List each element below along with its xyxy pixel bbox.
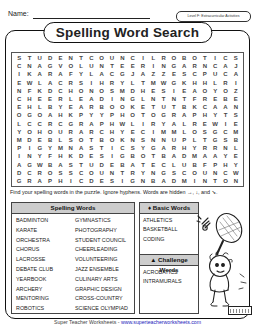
spelling-words-column-1: BADMINTONKARATEORCHESTRACHORUSLACROSSEDE… — [16, 216, 75, 314]
grid-cell-r16c7: C — [76, 177, 86, 185]
worksheet-code-marks — [230, 309, 250, 313]
grid-cell-r4c17: K — [179, 79, 189, 87]
grid-cell-r13c21: Y — [220, 152, 230, 160]
badminton-player-illustration — [196, 210, 248, 312]
grid-cell-r12c10: I — [107, 144, 117, 152]
grid-cell-r9c17: L — [179, 120, 189, 128]
grid-cell-r4c6: R — [66, 79, 76, 87]
grid-cell-r2c1: C — [14, 62, 24, 70]
name-label: Name: — [8, 10, 29, 17]
grid-cell-r16c19: N — [200, 177, 210, 185]
grid-cell-r16c17: M — [179, 177, 189, 185]
grid-cell-r8c3: O — [35, 111, 45, 119]
grid-cell-r12c22: L — [231, 144, 241, 152]
grid-cell-r6c10: I — [107, 95, 117, 103]
grid-cell-r10c22: M — [231, 128, 241, 136]
grid-cell-r8c1: O — [14, 111, 24, 119]
grid-cell-r5c3: K — [35, 87, 45, 95]
grid-cell-r3c20: U — [210, 70, 220, 78]
grid-cell-r1c20: I — [210, 54, 220, 62]
grid-cell-r1c8: C — [86, 54, 96, 62]
grid-cell-r10c17: L — [179, 128, 189, 136]
grid-cell-r8c21: T — [220, 111, 230, 119]
grid-cell-r11c10: O — [107, 136, 117, 144]
grid-cell-r2c9: N — [97, 62, 107, 70]
grid-cell-r3c21: C — [220, 70, 230, 78]
grid-cell-r16c4: P — [45, 177, 55, 185]
grid-cell-r10c1: Y — [14, 128, 24, 136]
grid-cell-r9c2: C — [24, 120, 34, 128]
grid-cell-r5c5: C — [55, 87, 65, 95]
grid-cell-r3c1: I — [14, 70, 24, 78]
grid-cell-r5c9: O — [97, 87, 107, 95]
spelling-word: CULINARY ARTS — [75, 275, 134, 285]
grid-cell-r16c18: I — [189, 177, 199, 185]
grid-cell-r1c22: S — [231, 54, 241, 62]
basic-words-header: ♦ Basic Words — [140, 203, 198, 214]
grid-cell-r14c8: U — [86, 160, 96, 168]
grid-cell-r8c16: R — [169, 111, 179, 119]
grid-cell-r3c12: J — [128, 70, 138, 78]
grid-cell-r2c21: A — [220, 62, 230, 70]
grid-cell-r15c22: W — [231, 169, 241, 177]
grid-cell-r9c16: A — [169, 120, 179, 128]
grid-cell-r3c4: R — [45, 70, 55, 78]
grid-cell-r3c8: L — [86, 70, 96, 78]
grid-cell-r12c16: R — [169, 144, 179, 152]
grid-cell-r2c6: O — [66, 62, 76, 70]
grid-cell-r10c3: H — [35, 128, 45, 136]
grid-cell-r7c13: E — [138, 103, 148, 111]
grid-cell-r7c21: A — [220, 103, 230, 111]
spelling-word: GRAPHIC DESIGN — [75, 285, 134, 295]
grid-cell-r4c2: W — [24, 79, 34, 87]
grid-cell-r12c4: Y — [45, 144, 55, 152]
footer-site-name: Super Teacher Worksheets - — [54, 319, 121, 325]
grid-cell-r13c16: A — [169, 152, 179, 160]
grid-cell-r14c2: G — [24, 160, 34, 168]
grid-cell-r12c9: T — [97, 144, 107, 152]
spelling-word: PHOTOGRAPHY — [75, 226, 134, 236]
grid-cell-r15c20: N — [210, 169, 220, 177]
grid-cell-r15c19: U — [200, 169, 210, 177]
grid-cell-r11c17: P — [179, 136, 189, 144]
grid-cell-r12c20: R — [210, 144, 220, 152]
grid-cell-r10c20: G — [210, 128, 220, 136]
challenge-word: ACROBATICS — [143, 268, 198, 277]
grid-cell-r14c6: S — [66, 160, 76, 168]
grid-cell-r13c15: B — [158, 152, 168, 160]
grid-cell-r11c20: G — [210, 136, 220, 144]
grid-cell-r9c13: I — [138, 120, 148, 128]
grid-cell-r15c10: N — [107, 169, 117, 177]
grid-cell-r3c9: A — [97, 70, 107, 78]
spelling-word: GYMNASTICS — [75, 216, 134, 226]
grid-cell-r11c1: M — [14, 136, 24, 144]
grid-cell-r1c13: I — [138, 54, 148, 62]
grid-cell-r11c3: E — [35, 136, 45, 144]
grid-cell-r3c6: F — [66, 70, 76, 78]
grid-cell-r6c19: R — [200, 95, 210, 103]
grid-cell-r5c10: S — [107, 87, 117, 95]
grid-cell-r14c19: F — [200, 160, 210, 168]
grid-cell-r10c10: H — [107, 128, 117, 136]
grid-cell-r15c16: S — [169, 169, 179, 177]
grid-cell-r6c16: N — [169, 95, 179, 103]
grid-cell-r2c5: V — [55, 62, 65, 70]
grid-cell-r4c4: A — [45, 79, 55, 87]
grid-cell-r8c4: A — [45, 111, 55, 119]
grid-cell-r11c8: T — [86, 136, 96, 144]
grid-cell-r1c16: O — [169, 54, 179, 62]
grid-cell-r1c5: E — [55, 54, 65, 62]
grid-cell-r10c15: M — [158, 128, 168, 136]
word-search-grid: STUDENTCOUNCILROBOTICSCNAGVOLUNTEERINGAR… — [12, 53, 243, 186]
spelling-words-column-2: GYMNASTICSPHOTOGRAPHYSTUDENT COUNCILCHEE… — [75, 216, 134, 314]
grid-cell-r7c22: N — [231, 103, 241, 111]
grid-cell-r16c22: N — [231, 177, 241, 185]
grid-cell-r6c14: N — [148, 95, 158, 103]
grid-cell-r16c21: O — [220, 177, 230, 185]
grid-cell-r3c15: Z — [158, 70, 168, 78]
grid-cell-r6c3: E — [35, 95, 45, 103]
grid-cell-r6c11: N — [117, 95, 127, 103]
grid-cell-r10c5: U — [55, 128, 65, 136]
grid-cell-r10c7: A — [76, 128, 86, 136]
grid-cell-r5c14: E — [148, 87, 158, 95]
grid-cell-r1c15: R — [158, 54, 168, 62]
grid-cell-r10c4: O — [45, 128, 55, 136]
instructions-text: Find your spelling words in the puzzle. … — [10, 189, 252, 195]
grid-cell-r16c5: H — [55, 177, 65, 185]
grid-cell-r2c14: I — [148, 62, 158, 70]
basic-words-list: ATHLETICSBASKETBALLCODING — [140, 214, 198, 254]
grid-cell-r8c22: S — [231, 111, 241, 119]
grid-cell-r4c3: L — [35, 79, 45, 87]
grid-cell-r15c8: O — [86, 169, 96, 177]
grid-cell-r3c13: A — [138, 70, 148, 78]
grid-cell-r3c17: S — [179, 70, 189, 78]
grid-cell-r6c2: H — [24, 95, 34, 103]
grid-cell-r8c11: H — [117, 111, 127, 119]
grid-cell-r7c17: B — [179, 103, 189, 111]
level-badge: Level F: Extracurricular Activities — [176, 11, 251, 22]
grid-cell-r7c18: K — [189, 103, 199, 111]
grid-cell-r8c12: O — [128, 111, 138, 119]
grid-cell-r8c13: T — [138, 111, 148, 119]
spelling-word: ORCHESTRA — [16, 236, 75, 246]
spelling-word: CROSS-COUNTRY — [75, 294, 134, 304]
grid-cell-r2c3: A — [35, 62, 45, 70]
grid-cell-r14c18: B — [189, 160, 199, 168]
grid-cell-r15c4: O — [45, 169, 55, 177]
grid-cell-r3c22: A — [231, 70, 241, 78]
grid-cell-r9c6: G — [66, 120, 76, 128]
grid-cell-r9c15: Y — [158, 120, 168, 128]
grid-cell-r2c16: G — [169, 62, 179, 70]
grid-cell-r9c4: R — [45, 120, 55, 128]
grid-cell-r1c7: T — [76, 54, 86, 62]
grid-cell-r6c12: G — [128, 95, 138, 103]
grid-cell-r5c16: I — [169, 87, 179, 95]
grid-cell-r2c4: G — [45, 62, 55, 70]
grid-cell-r12c12: S — [128, 144, 138, 152]
grid-cell-r5c17: E — [179, 87, 189, 95]
grid-cell-r4c10: R — [107, 79, 117, 87]
spelling-word: VOLUNTEERING — [75, 255, 134, 265]
grid-cell-r14c10: E — [107, 160, 117, 168]
grid-cell-r15c13: Y — [138, 169, 148, 177]
grid-cell-r10c8: R — [86, 128, 96, 136]
grid-cell-r9c21: I — [220, 120, 230, 128]
footer-url-link[interactable]: www.superteacherworksheets.com — [121, 319, 201, 325]
grid-cell-r8c9: Y — [97, 111, 107, 119]
shuttlecock-icon — [197, 216, 210, 230]
grid-cell-r3c11: G — [117, 70, 127, 78]
grid-cell-r14c15: C — [158, 160, 168, 168]
grid-cell-r4c15: W — [158, 79, 168, 87]
worksheet-page: Name: Level F: Extracurricular Activitie… — [0, 0, 255, 330]
grid-cell-r16c9: E — [97, 177, 107, 185]
grid-cell-r13c1: I — [14, 152, 24, 160]
grid-cell-r6c5: R — [55, 95, 65, 103]
grid-cell-r9c9: P — [97, 120, 107, 128]
grid-cell-r1c10: U — [107, 54, 117, 62]
grid-cell-r5c19: O — [200, 87, 210, 95]
grid-cell-r4c5: C — [55, 79, 65, 87]
grid-cell-r8c5: H — [55, 111, 65, 119]
grid-cell-r11c7: O — [76, 136, 86, 144]
grid-cell-r10c11: Y — [117, 128, 127, 136]
grid-cell-r3c3: A — [35, 70, 45, 78]
grid-cell-r6c6: L — [66, 95, 76, 103]
grid-cell-r15c18: O — [189, 169, 199, 177]
grid-cell-r15c15: G — [158, 169, 168, 177]
grid-cell-r7c5: Y — [55, 103, 65, 111]
grid-cell-r7c8: R — [86, 103, 96, 111]
spelling-words-table: Spelling Words BADMINTONKARATEORCHESTRAC… — [11, 202, 135, 314]
spelling-word: CHEERLEADING — [75, 245, 134, 255]
spelling-word: JAZZ ENSEMBLE — [75, 265, 134, 275]
grid-cell-r5c13: H — [138, 87, 148, 95]
grid-cell-r11c9: B — [97, 136, 107, 144]
grid-cell-r12c13: Y — [138, 144, 148, 152]
grid-cell-r2c8: U — [86, 62, 96, 70]
grid-cell-r7c16: T — [169, 103, 179, 111]
grid-cell-r3c14: Z — [148, 70, 158, 78]
page-title: Spelling Word Search — [43, 22, 212, 43]
grid-cell-r12c7: A — [76, 144, 86, 152]
grid-cell-r2c2: N — [24, 62, 34, 70]
grid-cell-r3c16: E — [169, 70, 179, 78]
grid-cell-r13c14: T — [148, 152, 158, 160]
grid-cell-r9c18: R — [189, 120, 199, 128]
basic-word: BASKETBALL — [143, 225, 198, 234]
grid-cell-r14c17: U — [179, 160, 189, 168]
grid-cell-r8c2: G — [24, 111, 34, 119]
grid-cell-r8c8: Y — [86, 111, 96, 119]
grid-cell-r3c18: C — [189, 70, 199, 78]
grid-cell-r7c2: H — [24, 103, 34, 111]
grid-cell-r7c19: C — [200, 103, 210, 111]
grid-cell-r13c9: S — [97, 152, 107, 160]
grid-cell-r16c10: S — [107, 177, 117, 185]
grid-cell-r10c13: C — [138, 128, 148, 136]
grid-cell-r1c6: N — [66, 54, 76, 62]
grid-cell-r10c2: O — [24, 128, 34, 136]
grid-cell-r7c7: A — [76, 103, 86, 111]
grid-cell-r11c19: T — [200, 136, 210, 144]
worksheet-code-box — [228, 306, 252, 315]
grid-cell-r1c12: C — [128, 54, 138, 62]
grid-cell-r13c4: F — [45, 152, 55, 160]
grid-cell-r1c18: O — [189, 54, 199, 62]
grid-cell-r16c16: D — [169, 177, 179, 185]
grid-cell-r11c16: U — [169, 136, 179, 144]
grid-cell-r12c15: A — [158, 144, 168, 152]
grid-cell-r10c18: O — [189, 128, 199, 136]
grid-cell-r5c2: F — [24, 87, 34, 95]
spelling-word: ROBOTICS — [16, 304, 75, 314]
grid-cell-r6c21: B — [220, 95, 230, 103]
grid-cell-r12c2: I — [24, 144, 34, 152]
grid-cell-r10c16: M — [169, 128, 179, 136]
grid-cell-r13c18: M — [189, 152, 199, 160]
grid-cell-r2c12: E — [128, 62, 138, 70]
grid-cell-r13c3: Y — [35, 152, 45, 160]
grid-cell-r7c20: A — [210, 103, 220, 111]
grid-cell-r2c7: L — [76, 62, 86, 70]
grid-cell-r1c19: T — [200, 54, 210, 62]
grid-cell-r12c8: S — [86, 144, 96, 152]
grid-cell-r12c6: N — [66, 144, 76, 152]
grid-cell-r5c6: H — [66, 87, 76, 95]
grid-cell-r15c11: T — [117, 169, 127, 177]
spelling-word: DEBATE CLUB — [16, 265, 75, 275]
grid-cell-r10c12: E — [128, 128, 138, 136]
grid-cell-r1c21: C — [220, 54, 230, 62]
grid-cell-r11c13: S — [138, 136, 148, 144]
grid-cell-r14c4: B — [45, 160, 55, 168]
grid-cell-r16c12: G — [128, 177, 138, 185]
grid-cell-r5c8: N — [86, 87, 96, 95]
player-figure — [210, 251, 247, 306]
grid-cell-r13c2: N — [24, 152, 34, 160]
grid-cell-r15c3: R — [35, 169, 45, 177]
grid-cell-r15c21: C — [220, 169, 230, 177]
grid-cell-r4c19: H — [200, 79, 210, 87]
spelling-word: STUDENT COUNCIL — [75, 236, 134, 246]
grid-cell-r14c11: B — [117, 160, 127, 168]
grid-cell-r10c21: C — [220, 128, 230, 136]
grid-cell-r6c9: D — [97, 95, 107, 103]
grid-cell-r12c14: G — [148, 144, 158, 152]
grid-cell-r5c18: A — [189, 87, 199, 95]
grid-cell-r8c10: P — [107, 111, 117, 119]
grid-cell-r12c21: N — [220, 144, 230, 152]
grid-cell-r6c8: A — [86, 95, 96, 103]
spelling-word: LACROSSE — [16, 255, 75, 265]
grid-cell-r11c15: N — [158, 136, 168, 144]
grid-cell-r13c17: D — [179, 152, 189, 160]
spelling-words-header: Spelling Words — [12, 203, 134, 214]
grid-cell-r9c7: R — [76, 120, 86, 128]
badminton-racket-icon — [211, 210, 246, 254]
grid-cell-r15c2: C — [24, 169, 34, 177]
grid-cell-r5c21: O — [220, 87, 230, 95]
grid-cell-r9c14: R — [148, 120, 158, 128]
grid-cell-r5c12: D — [128, 87, 138, 95]
grid-cell-r14c9: D — [97, 160, 107, 168]
grid-cell-r4c18: H — [189, 79, 199, 87]
challenge-word: INTRAMURALS — [143, 277, 198, 286]
spelling-word: BADMINTON — [16, 216, 75, 226]
footer: Super Teacher Worksheets - www.superteac… — [0, 319, 255, 325]
grid-cell-r4c16: G — [169, 79, 179, 87]
grid-cell-r14c16: L — [169, 160, 179, 168]
grid-cell-r1c2: T — [24, 54, 34, 62]
grid-cell-r13c19: A — [200, 152, 210, 160]
grid-cell-r9c3: C — [35, 120, 45, 128]
grid-cell-r13c10: I — [107, 152, 117, 160]
grid-cell-r11c11: K — [117, 136, 127, 144]
grid-cell-r14c13: T — [138, 160, 148, 168]
grid-cell-r9c5: C — [55, 120, 65, 128]
grid-cell-r8c19: H — [200, 111, 210, 119]
grid-cell-r5c20: Y — [210, 87, 220, 95]
grid-cell-r7c10: O — [107, 103, 117, 111]
grid-cell-r15c17: C — [179, 169, 189, 177]
grid-cell-r7c14: T — [148, 103, 158, 111]
challenge-words-header: ▲ Challenge Words — [140, 254, 198, 266]
grid-cell-r12c3: G — [35, 144, 45, 152]
grid-cell-r15c5: S — [55, 169, 65, 177]
grid-cell-r6c22: E — [231, 95, 241, 103]
grid-cell-r14c7: T — [76, 160, 86, 168]
grid-cell-r15c9: U — [97, 169, 107, 177]
grid-cell-r16c1: G — [14, 177, 24, 185]
basic-challenge-words-table: ♦ Basic Words ATHLETICSBASKETBALLCODING … — [139, 202, 199, 314]
grid-cell-r16c8: D — [86, 177, 96, 185]
grid-cell-r11c2: D — [24, 136, 34, 144]
grid-cell-r11c12: N — [128, 136, 138, 144]
grid-cell-r1c9: O — [97, 54, 107, 62]
grid-cell-r5c4: D — [45, 87, 55, 95]
grid-cell-r9c19: E — [200, 120, 210, 128]
spelling-word: YEARBOOK — [16, 275, 75, 285]
grid-cell-r2c15: N — [158, 62, 168, 70]
grid-cell-r13c5: H — [55, 152, 65, 160]
grid-cell-r9c1: L — [14, 120, 24, 128]
grid-cell-r13c11: G — [117, 152, 127, 160]
grid-cell-r7c4: B — [45, 103, 55, 111]
grid-cell-r6c15: T — [158, 95, 168, 103]
grid-cell-r8c17: A — [179, 111, 189, 119]
grid-cell-r10c9: C — [97, 128, 107, 136]
grid-cell-r5c22: Z — [231, 87, 241, 95]
grid-cell-r13c22: E — [231, 152, 241, 160]
grid-cell-r13c20: A — [210, 152, 220, 160]
grid-cell-r1c17: B — [179, 54, 189, 62]
grid-cell-r14c22: Y — [231, 160, 241, 168]
grid-cell-r9c10: H — [107, 120, 117, 128]
grid-cell-r9c12: L — [128, 120, 138, 128]
grid-cell-r14c12: A — [128, 160, 138, 168]
grid-cell-r10c6: R — [66, 128, 76, 136]
grid-cell-r13c8: E — [86, 152, 96, 160]
grid-cell-r15c12: R — [128, 169, 138, 177]
grid-cell-r13c7: D — [76, 152, 86, 160]
